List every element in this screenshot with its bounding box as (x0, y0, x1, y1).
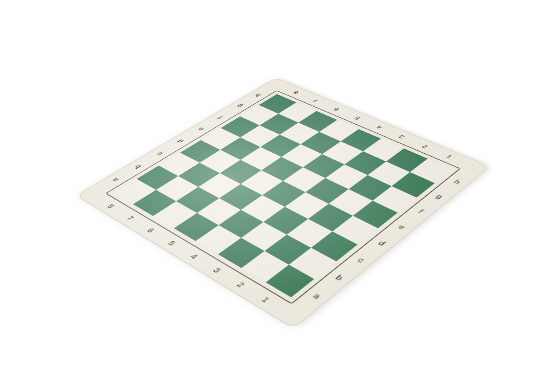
rank-label-8-left: 8 (102, 201, 119, 212)
product-photo-stage: aabbccddeeffgghh1122334455667788 (0, 0, 540, 370)
file-label-b-bottom: b (330, 271, 349, 284)
file-label-d-bottom: d (372, 237, 391, 249)
rank-label-1-left: 1 (256, 293, 276, 307)
rank-label-2-right: 2 (417, 142, 433, 151)
rank-label-2-left: 2 (231, 278, 250, 291)
rank-label-7-left: 7 (122, 213, 140, 224)
file-label-h-bottom: h (449, 177, 466, 187)
rank-label-3-left: 3 (207, 264, 226, 277)
rank-label-7-right: 7 (308, 97, 323, 105)
board-grid (114, 94, 453, 297)
file-label-e-bottom: e (393, 221, 411, 232)
rank-label-5-right: 5 (349, 114, 365, 122)
file-label-f-bottom: f (412, 206, 430, 217)
file-label-c-bottom: c (351, 254, 370, 266)
rank-label-6-left: 6 (142, 225, 160, 236)
rank-label-3-right: 3 (394, 132, 410, 141)
rank-label-6-right: 6 (329, 105, 344, 113)
chess-board: aabbccddeeffgghh1122334455667788 (76, 77, 491, 329)
file-label-g-bottom: g (431, 191, 449, 202)
rank-label-1-right: 1 (441, 152, 458, 161)
file-label-a-bottom: a (307, 289, 327, 303)
rank-label-4-right: 4 (371, 123, 387, 132)
rank-label-5-left: 5 (163, 237, 181, 249)
rank-label-8-right: 8 (289, 89, 304, 97)
rank-label-4-left: 4 (185, 250, 204, 262)
